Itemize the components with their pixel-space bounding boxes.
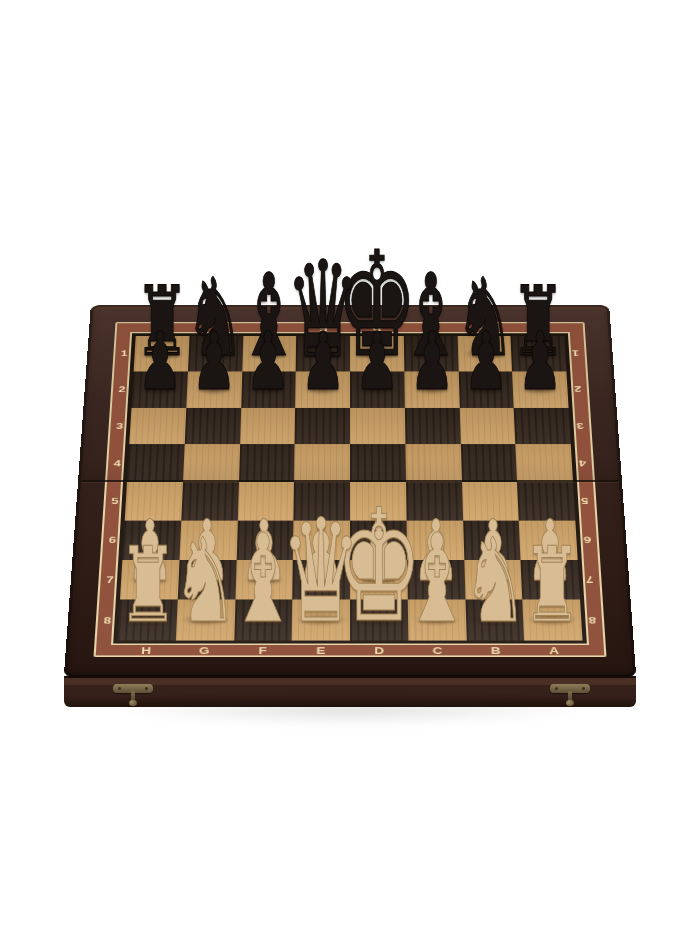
pawn-glyph: ♟: [137, 317, 182, 409]
pawn-glyph: ♟: [191, 317, 236, 409]
rook-glyph: ♜: [118, 526, 177, 645]
pawn-glyph: ♟: [300, 317, 345, 409]
pawn-glyph: ♟: [409, 317, 454, 409]
product-photo-scene: HGFEDCBA HGFEDCBA 12345678 12345678 ♜♞♝♚…: [0, 0, 700, 933]
pawn-glyph: ♟: [246, 317, 291, 409]
pawn-glyph: ♟: [518, 317, 563, 409]
knight-glyph: ♞: [173, 514, 239, 648]
pawn-glyph: ♟: [355, 317, 400, 409]
pieces-layer: ♜♞♝♚♛♝♞♜♟♟♟♟♟♟♟♟♟♟♟♟♟♟♟♟♜♞♝♚♛♝♞♜: [0, 0, 700, 933]
pawn-glyph: ♟: [463, 317, 508, 409]
knight-glyph: ♞: [462, 514, 528, 648]
bishop-glyph: ♝: [229, 509, 298, 650]
rook-glyph: ♜: [523, 526, 582, 645]
